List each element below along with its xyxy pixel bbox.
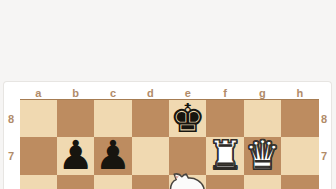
square-d7[interactable] — [132, 137, 169, 174]
square-f8[interactable] — [206, 100, 243, 137]
black-pawn-piece: ♟ — [58, 135, 94, 175]
square-c8[interactable] — [94, 100, 131, 137]
white-rook-piece: ♜ — [207, 135, 243, 175]
rank-label-7-right: 7 — [317, 137, 331, 174]
square-a8[interactable] — [20, 100, 57, 137]
square-b6[interactable] — [57, 175, 94, 189]
file-label-e: e — [169, 82, 206, 100]
rank-label-8-right: 8 — [317, 100, 331, 137]
white-queen-piece: ♛ — [245, 135, 281, 175]
square-b8[interactable] — [57, 100, 94, 137]
black-pawn-piece: ♟ — [95, 135, 131, 175]
white-cat-piece — [169, 173, 207, 189]
square-h7[interactable] — [281, 137, 318, 174]
square-f6[interactable] — [206, 175, 243, 189]
square-h8[interactable] — [281, 100, 318, 137]
rank-labels-left: 87 — [4, 100, 18, 175]
chess-board[interactable]: ♚♟♟♜♛ — [20, 99, 319, 189]
page: abcdefgh 87 87 ♚♟♟♜♛ — [0, 0, 336, 189]
square-g8[interactable] — [244, 100, 281, 137]
square-b7[interactable]: ♟ — [57, 137, 94, 174]
rank-label-8-left: 8 — [4, 100, 18, 137]
square-e7[interactable] — [169, 137, 206, 174]
file-label-d: d — [132, 82, 169, 100]
square-g7[interactable]: ♛ — [244, 137, 281, 174]
square-d6[interactable] — [132, 175, 169, 189]
rank-labels-right: 87 — [317, 100, 331, 175]
square-h6[interactable] — [281, 175, 318, 189]
black-king-piece: ♚ — [170, 98, 206, 138]
file-label-b: b — [57, 82, 94, 100]
square-a7[interactable] — [20, 137, 57, 174]
file-label-f: f — [206, 82, 243, 100]
chessboard-panel: abcdefgh 87 87 ♚♟♟♜♛ — [3, 81, 332, 189]
square-f7[interactable]: ♜ — [206, 137, 243, 174]
square-c7[interactable]: ♟ — [94, 137, 131, 174]
rank-label-7-left: 7 — [4, 137, 18, 174]
square-a6[interactable] — [20, 175, 57, 189]
file-labels-row: abcdefgh — [20, 82, 319, 100]
file-label-h: h — [281, 82, 318, 100]
top-whitespace — [0, 0, 336, 81]
square-e6[interactable] — [169, 175, 206, 189]
file-label-c: c — [94, 82, 131, 100]
square-d8[interactable] — [132, 100, 169, 137]
file-label-g: g — [244, 82, 281, 100]
square-g6[interactable] — [244, 175, 281, 189]
square-c6[interactable] — [94, 175, 131, 189]
file-label-a: a — [20, 82, 57, 100]
square-e8[interactable]: ♚ — [169, 100, 206, 137]
